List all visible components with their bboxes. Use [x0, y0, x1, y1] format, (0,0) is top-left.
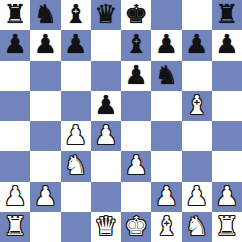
- piece-black-pawn: ♟: [34, 31, 57, 57]
- square-g1[interactable]: ♞: [182, 212, 212, 242]
- piece-black-pawn: ♟: [124, 62, 147, 88]
- square-f6[interactable]: ♞: [151, 61, 181, 91]
- square-e1[interactable]: ♚: [121, 212, 151, 242]
- piece-white-queen: ♛: [94, 213, 117, 239]
- piece-white-pawn: ♟: [64, 122, 87, 148]
- square-a3[interactable]: [0, 151, 30, 181]
- square-b3[interactable]: [30, 151, 60, 181]
- square-e7[interactable]: ♝: [121, 30, 151, 60]
- piece-black-queen: ♛: [94, 1, 117, 27]
- piece-white-rook: ♜: [3, 213, 26, 239]
- piece-black-king: ♚: [124, 1, 147, 27]
- square-c8[interactable]: ♝: [61, 0, 91, 30]
- square-a7[interactable]: ♟: [0, 30, 30, 60]
- square-g7[interactable]: ♟: [182, 30, 212, 60]
- piece-black-pawn: ♟: [94, 92, 117, 118]
- square-e3[interactable]: ♟: [121, 151, 151, 181]
- piece-white-pawn: ♟: [215, 183, 238, 209]
- piece-white-pawn: ♟: [185, 183, 208, 209]
- square-f7[interactable]: ♟: [151, 30, 181, 60]
- piece-black-pawn: ♟: [64, 31, 87, 57]
- square-b1[interactable]: [30, 212, 60, 242]
- square-h7[interactable]: ♟: [212, 30, 242, 60]
- square-d5[interactable]: ♟: [91, 91, 121, 121]
- piece-white-pawn: ♟: [34, 183, 57, 209]
- square-b2[interactable]: ♟: [30, 182, 60, 212]
- square-a2[interactable]: ♟: [0, 182, 30, 212]
- square-c2[interactable]: [61, 182, 91, 212]
- square-h5[interactable]: [212, 91, 242, 121]
- square-e2[interactable]: [121, 182, 151, 212]
- square-b6[interactable]: [30, 61, 60, 91]
- square-f5[interactable]: [151, 91, 181, 121]
- square-f8[interactable]: [151, 0, 181, 30]
- square-c3[interactable]: ♞: [61, 151, 91, 181]
- square-d3[interactable]: [91, 151, 121, 181]
- piece-black-rook: ♜: [215, 1, 238, 27]
- square-f2[interactable]: ♟: [151, 182, 181, 212]
- square-g5[interactable]: ♝: [182, 91, 212, 121]
- square-b7[interactable]: ♟: [30, 30, 60, 60]
- square-h8[interactable]: ♜: [212, 0, 242, 30]
- square-h2[interactable]: ♟: [212, 182, 242, 212]
- piece-white-king: ♚: [124, 213, 147, 239]
- square-d7[interactable]: [91, 30, 121, 60]
- piece-white-pawn: ♟: [94, 122, 117, 148]
- piece-black-bishop: ♝: [124, 31, 147, 57]
- square-g6[interactable]: [182, 61, 212, 91]
- square-g3[interactable]: [182, 151, 212, 181]
- square-e6[interactable]: ♟: [121, 61, 151, 91]
- square-c5[interactable]: [61, 91, 91, 121]
- square-d8[interactable]: ♛: [91, 0, 121, 30]
- square-h3[interactable]: [212, 151, 242, 181]
- square-d6[interactable]: [91, 61, 121, 91]
- square-h4[interactable]: [212, 121, 242, 151]
- square-f4[interactable]: [151, 121, 181, 151]
- square-d2[interactable]: [91, 182, 121, 212]
- square-a1[interactable]: ♜: [0, 212, 30, 242]
- piece-white-pawn: ♟: [3, 183, 26, 209]
- square-e4[interactable]: [121, 121, 151, 151]
- square-h1[interactable]: ♜: [212, 212, 242, 242]
- square-d4[interactable]: ♟: [91, 121, 121, 151]
- piece-black-pawn: ♟: [215, 31, 238, 57]
- piece-white-rook: ♜: [215, 213, 238, 239]
- square-e8[interactable]: ♚: [121, 0, 151, 30]
- square-f3[interactable]: [151, 151, 181, 181]
- square-c1[interactable]: [61, 212, 91, 242]
- piece-black-rook: ♜: [3, 1, 26, 27]
- square-a5[interactable]: [0, 91, 30, 121]
- square-d1[interactable]: ♛: [91, 212, 121, 242]
- square-c7[interactable]: ♟: [61, 30, 91, 60]
- square-g2[interactable]: ♟: [182, 182, 212, 212]
- square-h6[interactable]: [212, 61, 242, 91]
- piece-white-pawn: ♟: [155, 183, 178, 209]
- piece-black-bishop: ♝: [64, 1, 87, 27]
- square-c4[interactable]: ♟: [61, 121, 91, 151]
- piece-black-pawn: ♟: [185, 31, 208, 57]
- piece-black-knight: ♞: [155, 62, 178, 88]
- square-f1[interactable]: ♝: [151, 212, 181, 242]
- piece-white-knight: ♞: [185, 213, 208, 239]
- square-c6[interactable]: [61, 61, 91, 91]
- piece-black-pawn: ♟: [3, 31, 26, 57]
- square-b8[interactable]: ♞: [30, 0, 60, 30]
- piece-white-knight: ♞: [64, 152, 87, 178]
- square-g8[interactable]: [182, 0, 212, 30]
- square-a4[interactable]: [0, 121, 30, 151]
- square-g4[interactable]: [182, 121, 212, 151]
- square-b5[interactable]: [30, 91, 60, 121]
- square-a6[interactable]: [0, 61, 30, 91]
- piece-black-pawn: ♟: [155, 31, 178, 57]
- piece-black-knight: ♞: [34, 1, 57, 27]
- piece-white-bishop: ♝: [155, 213, 178, 239]
- piece-white-pawn: ♟: [124, 152, 147, 178]
- piece-white-bishop: ♝: [185, 92, 208, 118]
- square-b4[interactable]: [30, 121, 60, 151]
- square-a8[interactable]: ♜: [0, 0, 30, 30]
- chess-board-container: ♜♞♝♛♚♜♟♟♟♝♟♟♟♟♞♟♝♟♟♞♟♟♟♟♟♟♜♛♚♝♞♜: [0, 0, 242, 242]
- square-e5[interactable]: [121, 91, 151, 121]
- chess-board: ♜♞♝♛♚♜♟♟♟♝♟♟♟♟♞♟♝♟♟♞♟♟♟♟♟♟♜♛♚♝♞♜: [0, 0, 242, 242]
